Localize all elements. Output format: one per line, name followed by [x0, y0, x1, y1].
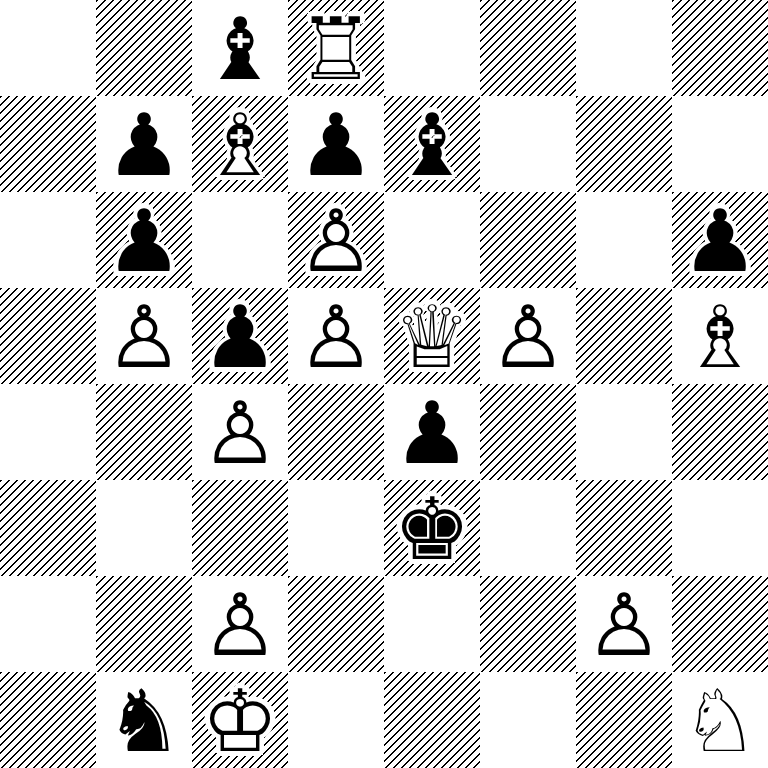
chess-board: ♝♝♜♖♟♟♝♗♟♟♝♝♟♟♟♙♟♟♟♙♟♟♟♙♛♕♟♙♝♗♟♙♟♟♚♚♟♙♟♙… — [0, 0, 768, 768]
square-c2[interactable]: ♟♙ — [192, 576, 288, 672]
square-e1[interactable] — [384, 672, 480, 768]
square-b8[interactable] — [96, 0, 192, 96]
square-h3[interactable] — [672, 480, 768, 576]
piece-black-pawn: ♟ — [192, 288, 288, 384]
piece-white-rook: ♖ — [288, 0, 384, 96]
square-f1[interactable] — [480, 672, 576, 768]
square-f4[interactable] — [480, 384, 576, 480]
square-a4[interactable] — [0, 384, 96, 480]
square-f2[interactable] — [480, 576, 576, 672]
piece-white-pawn: ♙ — [288, 192, 384, 288]
square-b2[interactable] — [96, 576, 192, 672]
square-a1[interactable] — [0, 672, 96, 768]
piece-black-knight: ♞ — [96, 672, 192, 768]
piece-black-pawn: ♟ — [672, 192, 768, 288]
square-c7[interactable]: ♝♗ — [192, 96, 288, 192]
square-g5[interactable] — [576, 288, 672, 384]
square-d4[interactable] — [288, 384, 384, 480]
piece-black-bishop: ♝ — [192, 0, 288, 96]
square-c6[interactable] — [192, 192, 288, 288]
piece-black-pawn: ♟ — [96, 96, 192, 192]
square-h1[interactable]: ♞♘ — [672, 672, 768, 768]
square-f5[interactable]: ♟♙ — [480, 288, 576, 384]
square-c5[interactable]: ♟♟ — [192, 288, 288, 384]
square-g1[interactable] — [576, 672, 672, 768]
square-f7[interactable] — [480, 96, 576, 192]
square-a6[interactable] — [0, 192, 96, 288]
square-h7[interactable] — [672, 96, 768, 192]
square-g4[interactable] — [576, 384, 672, 480]
piece-black-pawn: ♟ — [288, 96, 384, 192]
square-e7[interactable]: ♝♝ — [384, 96, 480, 192]
piece-white-bishop: ♗ — [192, 96, 288, 192]
square-a3[interactable] — [0, 480, 96, 576]
square-d7[interactable]: ♟♟ — [288, 96, 384, 192]
piece-black-bishop: ♝ — [384, 96, 480, 192]
square-e6[interactable] — [384, 192, 480, 288]
square-f8[interactable] — [480, 0, 576, 96]
piece-white-king: ♔ — [192, 672, 288, 768]
piece-white-pawn: ♙ — [480, 288, 576, 384]
piece-white-pawn: ♙ — [288, 288, 384, 384]
square-c4[interactable]: ♟♙ — [192, 384, 288, 480]
square-b4[interactable] — [96, 384, 192, 480]
square-b1[interactable]: ♞♞ — [96, 672, 192, 768]
piece-white-bishop: ♗ — [672, 288, 768, 384]
square-a5[interactable] — [0, 288, 96, 384]
square-c1[interactable]: ♚♔ — [192, 672, 288, 768]
square-g2[interactable]: ♟♙ — [576, 576, 672, 672]
square-h6[interactable]: ♟♟ — [672, 192, 768, 288]
square-a8[interactable] — [0, 0, 96, 96]
square-b5[interactable]: ♟♙ — [96, 288, 192, 384]
square-c8[interactable]: ♝♝ — [192, 0, 288, 96]
square-e3[interactable]: ♚♚ — [384, 480, 480, 576]
square-d5[interactable]: ♟♙ — [288, 288, 384, 384]
piece-black-pawn: ♟ — [96, 192, 192, 288]
square-h5[interactable]: ♝♗ — [672, 288, 768, 384]
piece-white-pawn: ♙ — [192, 576, 288, 672]
square-c3[interactable] — [192, 480, 288, 576]
square-f3[interactable] — [480, 480, 576, 576]
square-g8[interactable] — [576, 0, 672, 96]
square-h2[interactable] — [672, 576, 768, 672]
piece-white-pawn: ♙ — [96, 288, 192, 384]
piece-black-king: ♚ — [384, 480, 480, 576]
square-b3[interactable] — [96, 480, 192, 576]
square-b6[interactable]: ♟♟ — [96, 192, 192, 288]
piece-white-knight: ♘ — [672, 672, 768, 768]
square-d1[interactable] — [288, 672, 384, 768]
square-d8[interactable]: ♜♖ — [288, 0, 384, 96]
piece-black-pawn: ♟ — [384, 384, 480, 480]
square-g7[interactable] — [576, 96, 672, 192]
square-d2[interactable] — [288, 576, 384, 672]
square-a7[interactable] — [0, 96, 96, 192]
square-d6[interactable]: ♟♙ — [288, 192, 384, 288]
square-e4[interactable]: ♟♟ — [384, 384, 480, 480]
piece-white-pawn: ♙ — [576, 576, 672, 672]
square-d3[interactable] — [288, 480, 384, 576]
piece-white-pawn: ♙ — [192, 384, 288, 480]
square-g3[interactable] — [576, 480, 672, 576]
square-h4[interactable] — [672, 384, 768, 480]
square-g6[interactable] — [576, 192, 672, 288]
square-e8[interactable] — [384, 0, 480, 96]
square-a2[interactable] — [0, 576, 96, 672]
piece-white-queen: ♕ — [384, 288, 480, 384]
square-f6[interactable] — [480, 192, 576, 288]
square-e2[interactable] — [384, 576, 480, 672]
square-e5[interactable]: ♛♕ — [384, 288, 480, 384]
square-b7[interactable]: ♟♟ — [96, 96, 192, 192]
square-h8[interactable] — [672, 0, 768, 96]
